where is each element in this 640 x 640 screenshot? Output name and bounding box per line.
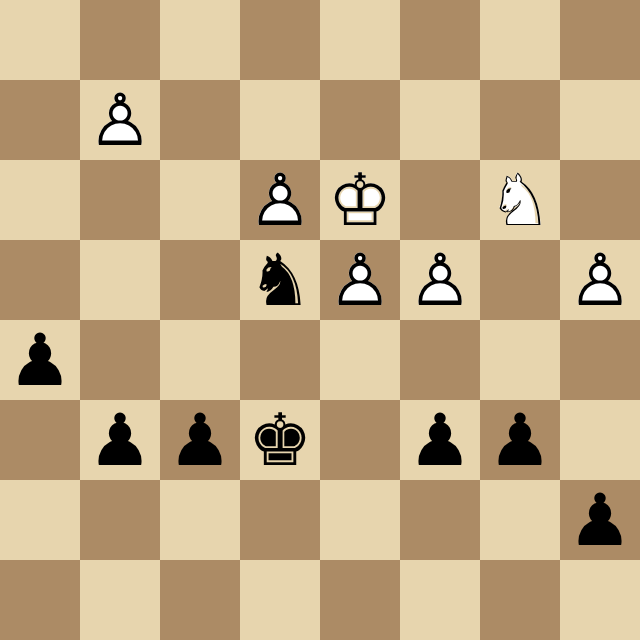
square-b8[interactable]: [80, 0, 160, 80]
square-h5[interactable]: ♟♙: [560, 240, 640, 320]
square-b4[interactable]: [80, 320, 160, 400]
square-d6[interactable]: ♟♙: [240, 160, 320, 240]
piece-black-pawn[interactable]: ♟: [160, 400, 240, 480]
square-g8[interactable]: [480, 0, 560, 80]
square-e2[interactable]: [320, 480, 400, 560]
square-g6[interactable]: ♞♘: [480, 160, 560, 240]
square-g3[interactable]: ♟: [480, 400, 560, 480]
square-c3[interactable]: ♟: [160, 400, 240, 480]
square-c5[interactable]: [160, 240, 240, 320]
square-g5[interactable]: [480, 240, 560, 320]
square-g7[interactable]: [480, 80, 560, 160]
piece-white-pawn[interactable]: ♟♙: [320, 240, 400, 320]
piece-white-pawn[interactable]: ♟♙: [400, 240, 480, 320]
piece-white-pawn[interactable]: ♟♙: [240, 160, 320, 240]
square-h8[interactable]: [560, 0, 640, 80]
piece-white-pawn[interactable]: ♟♙: [80, 80, 160, 160]
piece-white-knight[interactable]: ♞♘: [480, 160, 560, 240]
square-a2[interactable]: [0, 480, 80, 560]
piece-black-pawn[interactable]: ♟: [0, 320, 80, 400]
square-f6[interactable]: [400, 160, 480, 240]
square-e4[interactable]: [320, 320, 400, 400]
square-c6[interactable]: [160, 160, 240, 240]
square-a4[interactable]: ♟: [0, 320, 80, 400]
square-h2[interactable]: ♟: [560, 480, 640, 560]
square-a5[interactable]: [0, 240, 80, 320]
square-c4[interactable]: [160, 320, 240, 400]
square-f7[interactable]: [400, 80, 480, 160]
square-d7[interactable]: [240, 80, 320, 160]
square-d5[interactable]: ♞: [240, 240, 320, 320]
square-c2[interactable]: [160, 480, 240, 560]
square-b7[interactable]: ♟♙: [80, 80, 160, 160]
square-e3[interactable]: [320, 400, 400, 480]
square-f2[interactable]: [400, 480, 480, 560]
piece-black-pawn[interactable]: ♟: [480, 400, 560, 480]
square-h3[interactable]: [560, 400, 640, 480]
square-e5[interactable]: ♟♙: [320, 240, 400, 320]
square-d2[interactable]: [240, 480, 320, 560]
piece-white-pawn[interactable]: ♟♙: [560, 240, 640, 320]
square-d3[interactable]: ♚: [240, 400, 320, 480]
square-f4[interactable]: [400, 320, 480, 400]
square-h7[interactable]: [560, 80, 640, 160]
square-a7[interactable]: [0, 80, 80, 160]
square-h4[interactable]: [560, 320, 640, 400]
piece-black-king[interactable]: ♚: [240, 400, 320, 480]
square-e8[interactable]: [320, 0, 400, 80]
square-f5[interactable]: ♟♙: [400, 240, 480, 320]
square-c7[interactable]: [160, 80, 240, 160]
chess-board: ♟♙♟♙♚♔♞♘♞♟♙♟♙♟♙♟♟♟♚♟♟♟: [0, 0, 640, 640]
square-h1[interactable]: [560, 560, 640, 640]
square-a8[interactable]: [0, 0, 80, 80]
square-e6[interactable]: ♚♔: [320, 160, 400, 240]
square-g4[interactable]: [480, 320, 560, 400]
square-a1[interactable]: [0, 560, 80, 640]
piece-black-pawn[interactable]: ♟: [80, 400, 160, 480]
square-f1[interactable]: [400, 560, 480, 640]
piece-white-king[interactable]: ♚♔: [320, 160, 400, 240]
piece-black-pawn[interactable]: ♟: [560, 480, 640, 560]
square-g1[interactable]: [480, 560, 560, 640]
square-b6[interactable]: [80, 160, 160, 240]
page: ♟♙♟♙♚♔♞♘♞♟♙♟♙♟♙♟♟♟♚♟♟♟: [0, 0, 640, 640]
square-a3[interactable]: [0, 400, 80, 480]
square-e1[interactable]: [320, 560, 400, 640]
square-b1[interactable]: [80, 560, 160, 640]
square-h6[interactable]: [560, 160, 640, 240]
square-a6[interactable]: [0, 160, 80, 240]
square-b5[interactable]: [80, 240, 160, 320]
square-f8[interactable]: [400, 0, 480, 80]
square-d1[interactable]: [240, 560, 320, 640]
piece-black-pawn[interactable]: ♟: [400, 400, 480, 480]
square-g2[interactable]: [480, 480, 560, 560]
square-c1[interactable]: [160, 560, 240, 640]
square-b2[interactable]: [80, 480, 160, 560]
piece-black-knight[interactable]: ♞: [240, 240, 320, 320]
square-d8[interactable]: [240, 0, 320, 80]
square-f3[interactable]: ♟: [400, 400, 480, 480]
square-d4[interactable]: [240, 320, 320, 400]
square-e7[interactable]: [320, 80, 400, 160]
square-c8[interactable]: [160, 0, 240, 80]
square-b3[interactable]: ♟: [80, 400, 160, 480]
